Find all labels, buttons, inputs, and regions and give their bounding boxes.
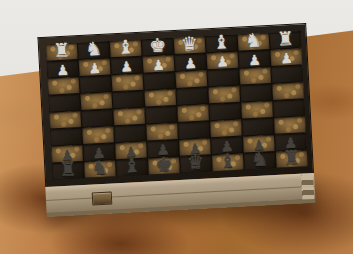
chess-set: ♜♞♝♚♛♝♞♜♟♟♟♟♟♟♟♟♟♟♟♟♟♟♟♟♜♞♝♚♛♝♞♜ [37,23,315,217]
piece-black-bishop[interactable]: ♝ [123,156,141,176]
square-h3[interactable] [48,77,80,95]
square-a4[interactable] [272,82,304,100]
piece-black-king[interactable]: ♚ [155,154,173,174]
piece-white-queen[interactable]: ♛ [181,34,199,54]
piece-white-rook[interactable]: ♜ [53,40,71,60]
square-f5[interactable] [113,108,145,126]
piece-white-pawn[interactable]: ♟ [248,53,261,68]
square-c1[interactable]: ♝ [206,35,238,53]
piece-white-pawn[interactable]: ♟ [120,59,133,74]
square-c6[interactable] [210,120,242,138]
piece-white-pawn[interactable]: ♟ [280,51,293,66]
square-a1[interactable]: ♜ [270,31,302,49]
square-a5[interactable] [273,99,305,117]
square-a2[interactable]: ♟ [270,48,302,66]
square-e5[interactable] [145,106,177,124]
square-a6[interactable] [274,116,306,134]
square-d1[interactable]: ♛ [174,36,206,54]
square-f3[interactable] [112,74,144,92]
square-h5[interactable] [49,111,81,129]
square-g1[interactable]: ♞ [78,41,110,59]
square-d2[interactable]: ♟ [175,53,207,71]
square-e1[interactable]: ♚ [142,38,174,56]
square-b6[interactable] [242,118,274,136]
piece-white-knight[interactable]: ♞ [244,30,262,50]
square-c4[interactable] [208,86,240,104]
piece-black-knight[interactable]: ♞ [91,158,109,178]
square-d6[interactable] [178,121,210,139]
square-a3[interactable] [271,65,303,83]
square-f1[interactable]: ♝ [110,40,142,58]
square-b3[interactable] [239,67,271,85]
square-g3[interactable] [80,75,112,93]
square-h1[interactable]: ♜ [46,43,78,61]
square-d8[interactable]: ♛ [180,155,212,173]
square-c5[interactable] [209,103,241,121]
square-h8[interactable]: ♜ [52,162,84,180]
chess-board: ♜♞♝♚♛♝♞♜♟♟♟♟♟♟♟♟♟♟♟♟♟♟♟♟♜♞♝♚♛♝♞♜ [46,31,306,179]
square-d4[interactable] [176,87,208,105]
square-c2[interactable]: ♟ [207,52,239,70]
square-b1[interactable]: ♞ [238,33,270,51]
square-f2[interactable]: ♟ [111,57,143,75]
piece-white-knight[interactable]: ♞ [85,39,103,59]
square-g4[interactable] [81,92,113,110]
piece-white-bishop[interactable]: ♝ [117,37,135,57]
piece-white-pawn[interactable]: ♟ [88,61,101,76]
square-e3[interactable] [144,72,176,90]
square-e8[interactable]: ♚ [148,157,180,175]
square-f4[interactable] [112,91,144,109]
square-f8[interactable]: ♝ [116,159,148,177]
piece-white-pawn[interactable]: ♟ [216,54,229,69]
square-b8[interactable]: ♞ [244,152,276,170]
square-c3[interactable] [207,69,239,87]
piece-white-pawn[interactable]: ♟ [184,56,197,71]
square-h4[interactable] [49,94,81,112]
square-a8[interactable]: ♜ [276,150,308,168]
square-h6[interactable] [50,128,82,146]
piece-black-bishop[interactable]: ♝ [219,151,237,171]
square-h2[interactable]: ♟ [47,60,79,78]
photo-scene: ♜♞♝♚♛♝♞♜♟♟♟♟♟♟♟♟♟♟♟♟♟♟♟♟♜♞♝♚♛♝♞♜ [0,0,353,254]
box-latch [91,192,112,206]
square-b4[interactable] [240,84,272,102]
piece-white-bishop[interactable]: ♝ [212,32,230,52]
square-e4[interactable] [144,89,176,107]
square-d3[interactable] [175,70,207,88]
dovetail-joints [301,175,314,200]
square-c8[interactable]: ♝ [212,154,244,172]
piece-black-rook[interactable]: ♜ [283,148,301,168]
square-b5[interactable] [241,101,273,119]
square-e6[interactable] [146,123,178,141]
square-g5[interactable] [81,109,113,127]
square-g2[interactable]: ♟ [79,58,111,76]
square-e2[interactable]: ♟ [143,55,175,73]
square-g8[interactable]: ♞ [84,160,116,178]
square-f6[interactable] [114,125,146,143]
square-b2[interactable]: ♟ [239,50,271,68]
board-rim: ♜♞♝♚♛♝♞♜♟♟♟♟♟♟♟♟♟♟♟♟♟♟♟♟♜♞♝♚♛♝♞♜ [37,23,313,187]
piece-white-pawn[interactable]: ♟ [56,63,69,78]
square-g6[interactable] [82,126,114,144]
piece-white-rook[interactable]: ♜ [276,29,294,49]
piece-white-pawn[interactable]: ♟ [152,58,165,73]
piece-black-knight[interactable]: ♞ [251,149,269,169]
piece-black-queen[interactable]: ♛ [187,153,205,173]
piece-white-king[interactable]: ♚ [149,35,167,55]
square-d5[interactable] [177,104,209,122]
piece-black-rook[interactable]: ♜ [59,159,77,179]
